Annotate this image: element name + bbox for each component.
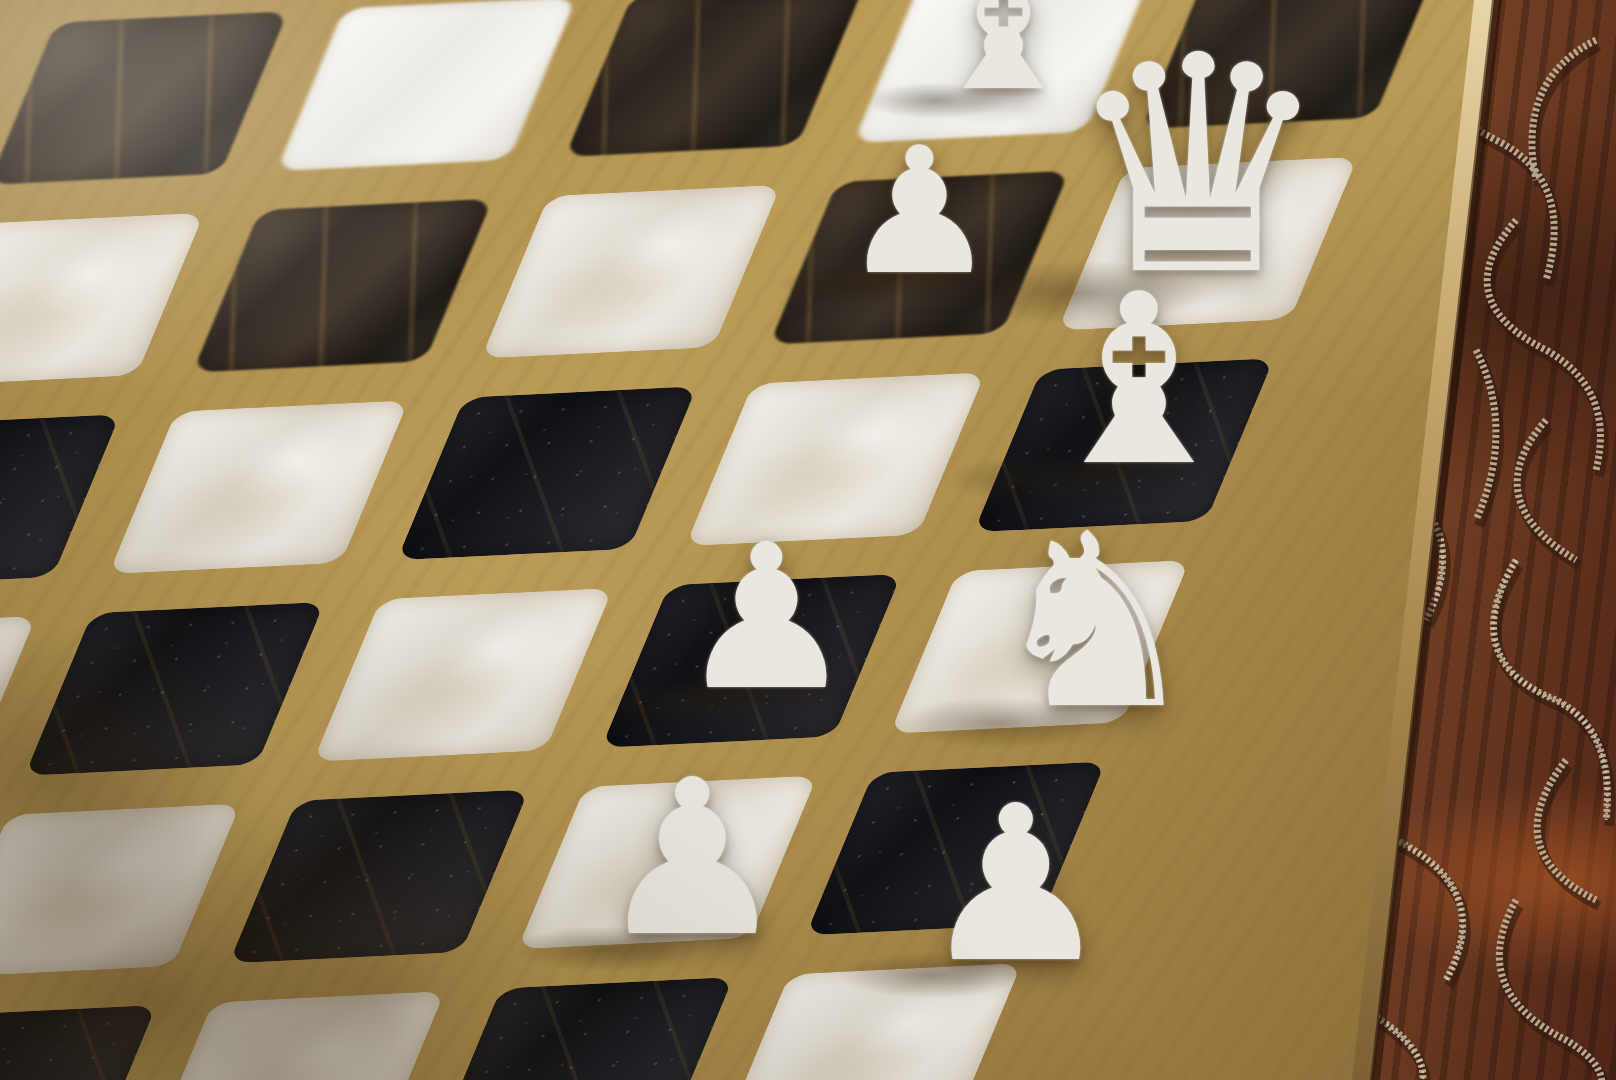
bishop-glyph: ♝ [927, 0, 1079, 114]
white-knight[interactable]: ♞ [987, 502, 1202, 742]
white-bishop[interactable]: ♝ [1033, 263, 1244, 498]
white-pawn[interactable]: ♟ [677, 518, 856, 718]
knight-glyph: ♞ [987, 502, 1202, 742]
white-pawn[interactable]: ♟ [596, 751, 789, 966]
photo-stage: ♝♟♛♝♟♞♟♟ [0, 0, 1616, 1080]
pawn-glyph: ♟ [596, 751, 789, 966]
pawn-glyph: ♟ [677, 518, 856, 718]
pieces-layer: ♝♟♛♝♟♞♟♟ [0, 0, 1616, 1080]
bishop-glyph: ♝ [1033, 263, 1244, 498]
pawn-glyph: ♟ [919, 777, 1112, 992]
pawn-glyph: ♟ [841, 123, 998, 298]
white-pawn[interactable]: ♟ [919, 777, 1112, 992]
white-pawn[interactable]: ♟ [841, 123, 998, 298]
white-bishop[interactable]: ♝ [927, 0, 1079, 114]
